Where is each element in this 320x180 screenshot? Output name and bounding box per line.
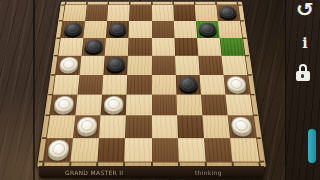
board-square [129,21,152,38]
undo-icon[interactable]: ↺ [292,0,317,20]
frame-notch [61,4,64,5]
frame-notch [172,2,174,4]
board-square [152,5,174,21]
board-square [152,75,177,95]
board-square [58,38,83,56]
board-square [47,116,75,138]
board-square [102,75,127,95]
frame-notch [194,2,196,4]
white-checker[interactable] [59,57,79,71]
frame-notch [236,2,238,4]
board-square[interactable] [125,116,151,138]
board-square[interactable] [129,5,151,21]
frame-notch [245,55,249,56]
status-label: thinking [195,169,222,176]
board-square [105,38,129,56]
board-square[interactable] [61,21,85,38]
board-square[interactable] [56,56,82,75]
board-square[interactable] [82,38,107,56]
board-square [178,138,206,162]
black-checker[interactable] [64,22,83,35]
board-front-edge: GRAND MASTER II thinking [39,166,264,178]
frame-notch [108,2,110,4]
board-square [225,94,253,115]
board-square [175,56,200,75]
frame-notch [65,2,67,4]
frame-notch [129,2,131,4]
frame-notch [238,4,241,5]
frame-notch [42,137,46,139]
board-square[interactable] [228,116,256,138]
board-square[interactable] [152,21,175,38]
board-square[interactable] [98,138,126,162]
white-checker[interactable] [76,117,97,134]
board-square [230,138,259,162]
frame-notch [39,161,43,163]
frame-notch [257,137,261,139]
board-square[interactable] [128,38,151,56]
frame-notch [51,74,55,75]
board-square [176,94,202,115]
frame-notch [241,20,244,21]
highlighted-square[interactable] [196,21,220,38]
white-checker[interactable] [47,140,70,158]
frame-notch [151,2,153,4]
black-checker[interactable] [219,6,237,18]
board-square[interactable] [106,21,129,38]
board-square [218,21,242,38]
black-checker[interactable] [178,76,198,91]
lock-keyhole [301,74,304,78]
board-square[interactable] [127,75,152,95]
board-square [83,21,107,38]
board-square[interactable] [104,56,129,75]
board-square[interactable] [204,138,233,162]
board-square[interactable] [50,94,78,115]
board-square [197,38,222,56]
board-square[interactable] [152,138,179,162]
sidebar: ↺ i [285,0,320,180]
white-checker[interactable] [231,117,253,134]
board-grid[interactable] [44,5,260,162]
board-square[interactable] [101,94,127,115]
frame-notch [59,20,62,21]
board-square[interactable] [73,116,101,138]
board-square[interactable] [175,75,200,95]
board-square[interactable] [152,94,177,115]
board-square [152,116,178,138]
info-icon[interactable]: i [296,34,314,52]
lock-icon[interactable] [295,64,313,84]
board-square[interactable] [201,94,228,115]
white-checker[interactable] [53,96,74,112]
frame-notch [215,2,217,4]
frame-notch [48,94,52,95]
highlighted-square[interactable] [220,38,245,56]
frame-notch [248,74,252,75]
board-square [125,138,152,162]
board-square [75,94,102,115]
board-square [152,38,175,56]
board-square[interactable] [216,5,240,21]
white-checker[interactable] [104,96,124,112]
board-square [126,94,151,115]
frame-notch [57,37,61,38]
board-square [128,56,152,75]
board-square [71,138,100,162]
frame-notch [45,115,49,117]
board-square[interactable] [78,75,104,95]
checkers-board [37,2,266,167]
board-square [63,5,87,21]
app-screen: GRAND MASTER II thinking ↺ i [0,0,320,180]
board-square[interactable] [44,138,73,162]
frame-notch [243,37,247,38]
black-checker[interactable] [198,22,216,35]
frame-notch [260,161,264,163]
black-checker[interactable] [107,57,126,71]
board-square[interactable] [223,75,250,95]
white-checker[interactable] [226,76,247,91]
board-square [221,56,247,75]
wood-plank-seam [33,0,35,180]
scroll-pill[interactable] [308,129,316,163]
board-square[interactable] [198,56,223,75]
board-square [195,5,218,21]
black-checker[interactable] [109,22,127,35]
board-square [80,56,105,75]
board-square[interactable] [174,38,198,56]
frame-notch [54,55,58,56]
frame-notch [254,115,258,117]
board-square[interactable] [177,116,204,138]
difficulty-label: GRAND MASTER II [65,169,123,176]
board-square [99,116,126,138]
frame-notch [251,94,255,95]
board-square [199,75,225,95]
board-square[interactable] [173,5,196,21]
board-square [53,75,80,95]
board-square [174,21,197,38]
board-square [202,116,230,138]
board-square [107,5,130,21]
frame-notch [86,2,88,4]
black-checker[interactable] [85,39,104,53]
board-square[interactable] [85,5,108,21]
board-square[interactable] [152,56,176,75]
